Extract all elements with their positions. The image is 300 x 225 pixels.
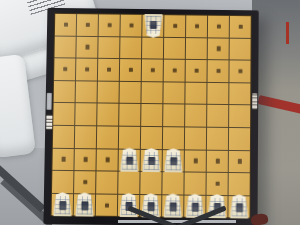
square-9i: 香 [52, 194, 73, 216]
square-8a: 桂 [77, 14, 98, 36]
square-4g: 歩 [163, 150, 184, 172]
printed-guide-歩: 歩 [85, 67, 89, 72]
square-5h [140, 172, 161, 194]
printed-guide-金: 金 [129, 23, 133, 27]
board-grid: 香桂銀金王金銀桂香飛角歩歩歩歩歩歩歩歩歩歩歩歩歩歩歩歩歩歩角飛香桂銀金王金銀桂香 [51, 13, 252, 219]
square-1b [230, 38, 251, 60]
square-9b [54, 36, 75, 58]
square-9e [53, 103, 74, 125]
printed-guide-桂: 桂 [216, 24, 220, 28]
square-4c: 歩 [164, 60, 185, 82]
printed-guide-角: 角 [83, 180, 87, 185]
square-6h [118, 172, 139, 194]
square-3g: 歩 [185, 150, 206, 172]
printed-guide-歩: 歩 [83, 157, 87, 162]
square-5g: 歩 [141, 149, 162, 171]
piece-kanji: 歩 [148, 157, 155, 166]
square-2f [207, 128, 228, 150]
printed-guide-角: 角 [216, 47, 220, 51]
square-4h [162, 172, 183, 194]
square-7d [98, 81, 119, 103]
square-5d [141, 82, 162, 104]
square-4b [164, 37, 185, 59]
piece-kanji: 金 [169, 203, 176, 212]
square-2b: 角 [208, 38, 229, 60]
square-2d [207, 83, 228, 105]
square-8g: 歩 [74, 149, 95, 171]
square-7b [98, 37, 119, 59]
square-9h [52, 171, 73, 193]
square-2g: 歩 [207, 150, 228, 172]
square-1c: 歩 [229, 61, 250, 83]
piece-kanji: 歩 [170, 157, 177, 166]
square-8i: 桂 [74, 194, 95, 216]
square-6a: 金 [120, 15, 141, 37]
printed-guide-歩: 歩 [237, 159, 241, 164]
square-4e [163, 105, 184, 127]
piece-kanji: 香 [235, 203, 242, 212]
square-2e [207, 105, 228, 127]
square-3b [186, 38, 207, 60]
printed-guide-金: 金 [173, 24, 177, 28]
table-leg-bar [118, 220, 236, 223]
printed-guide-香: 香 [238, 25, 242, 29]
square-5c: 歩 [142, 60, 163, 82]
square-6b [120, 37, 141, 59]
square-7i: 銀 [96, 194, 117, 216]
piece-kanji: 銀 [191, 203, 198, 212]
shogi-board: 香桂銀金王金銀桂香飛角歩歩歩歩歩歩歩歩歩歩歩歩歩歩歩歩歩歩角飛香桂銀金王金銀桂香 [43, 8, 258, 225]
square-4d [163, 82, 184, 104]
square-7a: 銀 [99, 14, 120, 36]
square-7c: 歩 [98, 59, 119, 81]
square-1h [229, 173, 250, 195]
square-8b: 飛 [76, 36, 97, 58]
piece-kanji: 歩 [126, 157, 133, 166]
printed-guide-歩: 歩 [172, 68, 176, 73]
photo-scene: 香桂銀金王金銀桂香飛角歩歩歩歩歩歩歩歩歩歩歩歩歩歩歩歩歩歩角飛香桂銀金王金銀桂香 [0, 0, 300, 225]
square-8e [75, 104, 96, 126]
black-lance-piece[interactable]: 香 [53, 192, 73, 216]
square-6d [120, 82, 141, 104]
white-king-piece[interactable]: 王 [143, 14, 162, 38]
square-9a: 香 [55, 14, 76, 36]
black-pawn-piece[interactable]: 歩 [120, 148, 139, 172]
printed-guide-歩: 歩 [150, 68, 154, 73]
printed-guide-銀: 銀 [195, 24, 199, 28]
square-3h [184, 173, 205, 195]
board-edge-sticker-left-1 [47, 93, 52, 110]
floor-right [252, 0, 300, 225]
square-1d [229, 83, 250, 105]
square-6c: 歩 [120, 59, 141, 81]
square-1f [229, 128, 250, 150]
square-4f [163, 127, 184, 149]
square-8h: 角 [74, 171, 95, 193]
printed-guide-飛: 飛 [85, 45, 89, 49]
square-3d [185, 82, 206, 104]
printed-guide-歩: 歩 [215, 159, 219, 164]
piece-kanji: 香 [59, 201, 66, 210]
printed-guide-銀: 銀 [104, 203, 108, 208]
piece-kanji: 王 [149, 20, 156, 28]
printed-guide-歩: 歩 [105, 158, 109, 163]
square-8c: 歩 [76, 59, 97, 81]
square-1g: 歩 [229, 151, 250, 173]
piece-kanji: 桂 [81, 201, 88, 210]
square-4a: 金 [164, 15, 185, 37]
printed-guide-香: 香 [63, 22, 67, 26]
square-3e [185, 105, 206, 127]
square-3a: 銀 [186, 15, 207, 37]
board-edge-sticker-left-2 [46, 115, 52, 130]
square-6e [119, 104, 140, 126]
square-9c: 歩 [54, 58, 75, 80]
printed-guide-桂: 桂 [85, 23, 89, 27]
square-1e [229, 105, 250, 127]
square-7f [97, 126, 118, 148]
square-2h: 飛 [207, 173, 228, 195]
square-5a: 王 [142, 15, 163, 37]
board-edge-sticker-right [252, 93, 257, 109]
square-9f [53, 126, 74, 148]
printed-guide-飛: 飛 [215, 182, 219, 187]
square-7e [97, 104, 118, 126]
square-2c: 歩 [208, 60, 229, 82]
black-pawn-piece[interactable]: 歩 [164, 148, 183, 172]
table-legs [118, 212, 238, 225]
square-5b [142, 37, 163, 59]
square-7h [96, 172, 117, 194]
square-9d [54, 81, 75, 103]
red-object [250, 213, 268, 225]
square-9g: 歩 [52, 148, 73, 170]
square-6f [119, 127, 140, 149]
square-3c: 歩 [186, 60, 207, 82]
black-pawn-piece[interactable]: 歩 [142, 148, 161, 172]
piece-kanji: 王 [147, 202, 154, 211]
square-8f [75, 126, 96, 148]
square-3f [185, 127, 206, 149]
printed-guide-銀: 銀 [107, 23, 111, 27]
square-5f [141, 127, 162, 149]
printed-guide-歩: 歩 [61, 157, 65, 162]
printed-guide-歩: 歩 [63, 67, 67, 72]
square-7g: 歩 [96, 149, 117, 171]
printed-guide-歩: 歩 [106, 68, 110, 73]
printed-guide-歩: 歩 [194, 69, 198, 74]
square-1a: 香 [230, 16, 251, 38]
square-8d [76, 81, 97, 103]
square-6g: 歩 [119, 149, 140, 171]
printed-guide-歩: 歩 [128, 68, 132, 73]
square-2a: 桂 [208, 16, 229, 38]
black-knight-piece[interactable]: 桂 [75, 193, 94, 217]
printed-guide-歩: 歩 [238, 69, 242, 74]
red-cable [286, 22, 289, 44]
printed-guide-歩: 歩 [216, 69, 220, 74]
printed-guide-歩: 歩 [193, 159, 197, 164]
square-5e [141, 104, 162, 126]
